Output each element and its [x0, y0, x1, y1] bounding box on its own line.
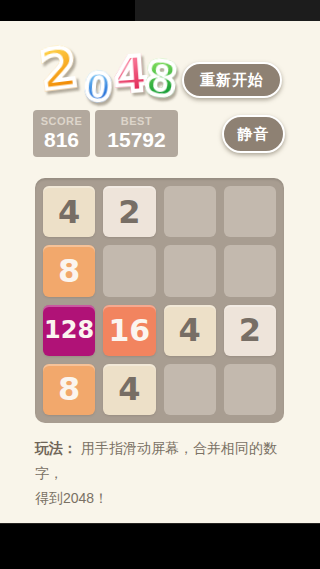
status-bar-right-segment	[135, 0, 320, 21]
tile-2: 2	[224, 305, 276, 356]
mute-button[interactable]: 静音	[222, 115, 285, 153]
empty-cell	[224, 364, 276, 415]
logo-letter-2: 2	[37, 40, 81, 98]
score-label: SCORE	[33, 115, 90, 128]
restart-button[interactable]: 重新开始	[182, 62, 282, 98]
tile-4: 4	[43, 186, 95, 237]
instructions-line1: 玩法： 用手指滑动屏幕，合并相同的数字，	[35, 436, 291, 486]
best-value: 15792	[95, 128, 178, 151]
board[interactable]: 428128164284	[35, 178, 284, 423]
tile-8: 8	[43, 245, 95, 296]
best-label: BEST	[95, 115, 178, 128]
status-bar	[0, 0, 320, 21]
score-box: SCORE 816	[33, 110, 90, 157]
score-value: 816	[33, 128, 90, 151]
instructions-line2: 得到2048！	[35, 486, 291, 511]
tile-128: 128	[43, 305, 95, 356]
tile-8: 8	[43, 364, 95, 415]
empty-cell	[103, 245, 155, 296]
empty-cell	[164, 364, 216, 415]
empty-cell	[164, 186, 216, 237]
tile-16: 16	[103, 305, 155, 356]
empty-cell	[164, 245, 216, 296]
status-bar-left-segment	[0, 0, 135, 21]
tile-4: 4	[164, 305, 216, 356]
instructions: 玩法： 用手指滑动屏幕，合并相同的数字， 得到2048！	[35, 436, 291, 511]
logo-letter-0: 0	[83, 67, 113, 107]
logo-letter-8: 8	[142, 54, 179, 104]
tile-2: 2	[103, 186, 155, 237]
app-screen: 2 0 4 8 重新开始 静音 SCORE 816 BEST 15792 428…	[0, 0, 320, 569]
instructions-label: 玩法：	[35, 440, 77, 456]
bottom-nav-bar	[0, 523, 320, 569]
best-box: BEST 15792	[95, 110, 178, 157]
empty-cell	[224, 245, 276, 296]
empty-cell	[224, 186, 276, 237]
game-logo: 2 0 4 8	[40, 42, 185, 110]
tile-4: 4	[103, 364, 155, 415]
